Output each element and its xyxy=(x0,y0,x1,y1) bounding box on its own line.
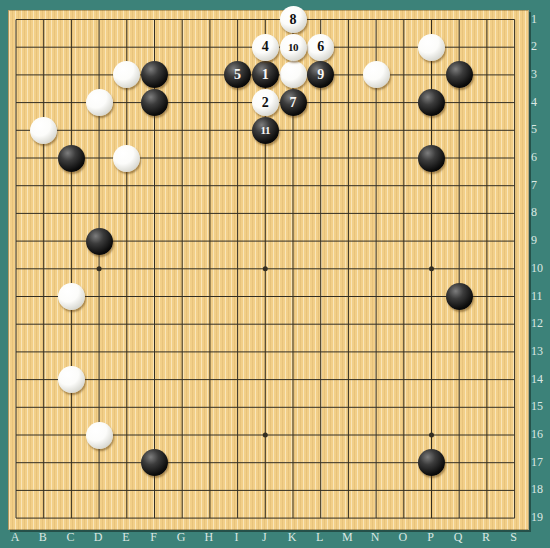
star-point xyxy=(263,266,268,271)
move-number: 6 xyxy=(317,40,324,54)
stone-black-K4: 7 xyxy=(280,89,307,116)
col-label-R: R xyxy=(482,531,490,543)
row-label-2: 2 xyxy=(531,40,537,52)
stone-black-J5: 11 xyxy=(252,117,279,144)
move-number: 8 xyxy=(290,13,297,27)
row-label-8: 8 xyxy=(531,206,537,218)
move-number: 2 xyxy=(262,96,269,110)
row-label-1: 1 xyxy=(531,13,537,25)
stone-white-B5 xyxy=(30,117,57,144)
go-diagram-frame: 124567891011 ABCDEFGHIJKLMNOPQRS12345678… xyxy=(0,0,550,548)
col-label-L: L xyxy=(316,531,323,543)
row-label-13: 13 xyxy=(531,345,543,357)
col-label-H: H xyxy=(205,531,214,543)
stone-black-J3: 1 xyxy=(252,61,279,88)
move-number: 7 xyxy=(290,96,297,110)
col-label-F: F xyxy=(150,531,157,543)
stone-white-D4 xyxy=(86,89,113,116)
star-point xyxy=(429,266,434,271)
stone-black-C6 xyxy=(58,145,85,172)
col-label-Q: Q xyxy=(454,531,463,543)
row-label-6: 6 xyxy=(531,151,537,163)
row-label-4: 4 xyxy=(531,96,537,108)
stone-black-P6 xyxy=(418,145,445,172)
move-number: 9 xyxy=(317,68,324,82)
col-label-G: G xyxy=(177,531,186,543)
go-board[interactable]: 124567891011 xyxy=(8,10,529,530)
stone-white-D16 xyxy=(86,422,113,449)
stone-white-J4: 2 xyxy=(252,89,279,116)
col-label-B: B xyxy=(39,531,47,543)
stone-white-C11 xyxy=(58,283,85,310)
col-label-M: M xyxy=(342,531,353,543)
row-label-18: 18 xyxy=(531,483,543,495)
row-label-7: 7 xyxy=(531,179,537,191)
col-label-P: P xyxy=(427,531,434,543)
stone-white-E6 xyxy=(113,145,140,172)
star-point xyxy=(97,266,102,271)
move-number: 10 xyxy=(288,42,298,53)
stone-white-C14 xyxy=(58,366,85,393)
col-label-E: E xyxy=(122,531,129,543)
stone-white-K3 xyxy=(280,61,307,88)
row-label-12: 12 xyxy=(531,317,543,329)
star-point xyxy=(429,433,434,438)
row-label-9: 9 xyxy=(531,234,537,246)
col-label-N: N xyxy=(371,531,380,543)
col-label-D: D xyxy=(94,531,103,543)
stone-white-K1: 8 xyxy=(280,6,307,33)
stone-white-N3 xyxy=(363,61,390,88)
row-label-10: 10 xyxy=(531,262,543,274)
row-label-17: 17 xyxy=(531,456,543,468)
stone-black-Q3 xyxy=(446,61,473,88)
stone-white-L2: 6 xyxy=(307,34,334,61)
col-label-J: J xyxy=(262,531,267,543)
move-number: 4 xyxy=(262,40,269,54)
col-label-O: O xyxy=(398,531,407,543)
move-number: 5 xyxy=(234,68,241,82)
stone-black-F17 xyxy=(141,449,168,476)
row-label-15: 15 xyxy=(531,400,543,412)
col-label-I: I xyxy=(235,531,239,543)
col-label-A: A xyxy=(11,531,20,543)
move-number: 1 xyxy=(262,68,269,82)
col-label-S: S xyxy=(510,531,517,543)
row-label-5: 5 xyxy=(531,123,537,135)
row-label-14: 14 xyxy=(531,373,543,385)
stone-black-D9 xyxy=(86,228,113,255)
stone-white-K2: 10 xyxy=(280,34,307,61)
row-label-3: 3 xyxy=(531,68,537,80)
stone-black-P4 xyxy=(418,89,445,116)
stone-white-P2 xyxy=(418,34,445,61)
col-label-K: K xyxy=(288,531,297,543)
move-number: 11 xyxy=(261,125,270,136)
row-label-11: 11 xyxy=(531,290,543,302)
stone-white-J2: 4 xyxy=(252,34,279,61)
stone-black-F4 xyxy=(141,89,168,116)
stone-black-Q11 xyxy=(446,283,473,310)
col-label-C: C xyxy=(66,531,74,543)
star-point xyxy=(263,433,268,438)
row-label-19: 19 xyxy=(531,511,543,523)
row-label-16: 16 xyxy=(531,428,543,440)
stone-black-P17 xyxy=(418,449,445,476)
